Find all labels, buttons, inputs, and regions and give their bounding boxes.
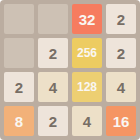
tile-2-r4c2: 2 — [38, 106, 68, 136]
tile-16-r4c4: 16 — [106, 106, 136, 136]
empty-cell-r2c1 — [4, 38, 34, 68]
tile-4-r3c2: 4 — [38, 72, 68, 102]
tile-256-r2c3: 256 — [72, 38, 102, 68]
tile-32-r1c3: 32 — [72, 4, 102, 34]
game-board-2048[interactable]: 3222256224128482416 — [0, 0, 140, 140]
tile-4-r3c4: 4 — [106, 72, 136, 102]
tile-2-r2c2: 2 — [38, 38, 68, 68]
tile-2-r3c1: 2 — [4, 72, 34, 102]
tile-2-r1c4: 2 — [106, 4, 136, 34]
tile-4-r4c3: 4 — [72, 106, 102, 136]
tile-2-r2c4: 2 — [106, 38, 136, 68]
tile-8-r4c1: 8 — [4, 106, 34, 136]
empty-cell-r1c1 — [4, 4, 34, 34]
empty-cell-r1c2 — [38, 4, 68, 34]
tile-128-r3c3: 128 — [72, 72, 102, 102]
